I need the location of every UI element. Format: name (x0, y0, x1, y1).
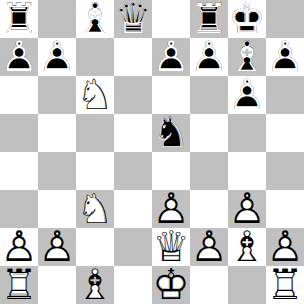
square-b7[interactable]: ♟♙ (38, 38, 76, 76)
square-c8[interactable]: ♝♗ (76, 0, 114, 38)
piece-white-bishop[interactable]: ♝♗ (228, 228, 266, 266)
square-a4[interactable] (0, 152, 38, 190)
piece-black-queen[interactable]: ♛♕ (114, 0, 152, 38)
square-d2[interactable] (114, 228, 152, 266)
white-bishop-outline-glyph: ♗ (228, 228, 266, 266)
square-c1[interactable]: ♝♗ (76, 266, 114, 304)
piece-black-pawn[interactable]: ♟♙ (190, 38, 228, 76)
square-d1[interactable] (114, 266, 152, 304)
square-h5[interactable] (266, 114, 304, 152)
square-f7[interactable]: ♟♙ (190, 38, 228, 76)
black-pawn-outline-glyph: ♙ (266, 38, 304, 76)
white-pawn-outline-glyph: ♙ (38, 228, 76, 266)
black-pawn-outline-glyph: ♙ (228, 76, 266, 114)
square-b1[interactable] (38, 266, 76, 304)
square-h1[interactable]: ♜♖ (266, 266, 304, 304)
square-f5[interactable] (190, 114, 228, 152)
black-pawn-outline-glyph: ♙ (152, 38, 190, 76)
white-knight-outline-glyph: ♘ (76, 76, 114, 114)
square-d5[interactable] (114, 114, 152, 152)
piece-white-knight[interactable]: ♞♘ (76, 76, 114, 114)
piece-white-pawn[interactable]: ♟♙ (38, 228, 76, 266)
black-pawn-outline-glyph: ♙ (0, 38, 38, 76)
piece-black-pawn[interactable]: ♟♙ (228, 76, 266, 114)
square-e1[interactable]: ♚♔ (152, 266, 190, 304)
piece-white-king[interactable]: ♚♔ (152, 266, 190, 304)
chess-board: ♜♖♝♗♛♕♜♖♚♔♟♙♟♙♟♙♟♙♝♗♟♙♞♘♟♙♞♘♞♘♟♙♟♙♟♙♟♙♛♕… (0, 0, 304, 304)
piece-white-pawn[interactable]: ♟♙ (190, 228, 228, 266)
piece-black-pawn[interactable]: ♟♙ (152, 38, 190, 76)
square-a1[interactable]: ♜♖ (0, 266, 38, 304)
piece-white-rook[interactable]: ♜♖ (266, 266, 304, 304)
white-king-outline-glyph: ♔ (152, 266, 190, 304)
square-a6[interactable] (0, 76, 38, 114)
white-rook-outline-glyph: ♖ (266, 266, 304, 304)
square-a5[interactable] (0, 114, 38, 152)
piece-black-pawn[interactable]: ♟♙ (38, 38, 76, 76)
square-d8[interactable]: ♛♕ (114, 0, 152, 38)
square-b4[interactable] (38, 152, 76, 190)
square-b5[interactable] (38, 114, 76, 152)
square-d3[interactable] (114, 190, 152, 228)
square-d6[interactable] (114, 76, 152, 114)
square-d4[interactable] (114, 152, 152, 190)
square-f6[interactable] (190, 76, 228, 114)
square-c5[interactable] (76, 114, 114, 152)
white-knight-outline-glyph: ♘ (76, 190, 114, 228)
square-g2[interactable]: ♝♗ (228, 228, 266, 266)
white-bishop-outline-glyph: ♗ (76, 266, 114, 304)
square-g5[interactable] (228, 114, 266, 152)
square-f4[interactable] (190, 152, 228, 190)
piece-black-knight[interactable]: ♞♘ (152, 114, 190, 152)
square-g1[interactable] (228, 266, 266, 304)
white-rook-outline-glyph: ♖ (0, 266, 38, 304)
square-c3[interactable]: ♞♘ (76, 190, 114, 228)
square-a7[interactable]: ♟♙ (0, 38, 38, 76)
square-h6[interactable] (266, 76, 304, 114)
white-pawn-outline-glyph: ♙ (190, 228, 228, 266)
piece-white-bishop[interactable]: ♝♗ (76, 266, 114, 304)
black-bishop-outline-glyph: ♗ (76, 0, 114, 38)
piece-black-pawn[interactable]: ♟♙ (0, 38, 38, 76)
piece-white-rook[interactable]: ♜♖ (0, 266, 38, 304)
black-pawn-outline-glyph: ♙ (38, 38, 76, 76)
chess-board-screenshot: ♜♖♝♗♛♕♜♖♚♔♟♙♟♙♟♙♟♙♝♗♟♙♞♘♟♙♞♘♞♘♟♙♟♙♟♙♟♙♛♕… (0, 0, 304, 304)
piece-black-bishop[interactable]: ♝♗ (76, 0, 114, 38)
piece-white-knight[interactable]: ♞♘ (76, 190, 114, 228)
square-b6[interactable] (38, 76, 76, 114)
square-e5[interactable]: ♞♘ (152, 114, 190, 152)
square-c6[interactable]: ♞♘ (76, 76, 114, 114)
square-b2[interactable]: ♟♙ (38, 228, 76, 266)
square-h7[interactable]: ♟♙ (266, 38, 304, 76)
square-d7[interactable] (114, 38, 152, 76)
square-g6[interactable]: ♟♙ (228, 76, 266, 114)
black-pawn-outline-glyph: ♙ (190, 38, 228, 76)
black-queen-outline-glyph: ♕ (114, 0, 152, 38)
square-e7[interactable]: ♟♙ (152, 38, 190, 76)
square-f1[interactable] (190, 266, 228, 304)
piece-black-pawn[interactable]: ♟♙ (266, 38, 304, 76)
black-knight-outline-glyph: ♘ (152, 114, 190, 152)
square-h4[interactable] (266, 152, 304, 190)
square-f2[interactable]: ♟♙ (190, 228, 228, 266)
